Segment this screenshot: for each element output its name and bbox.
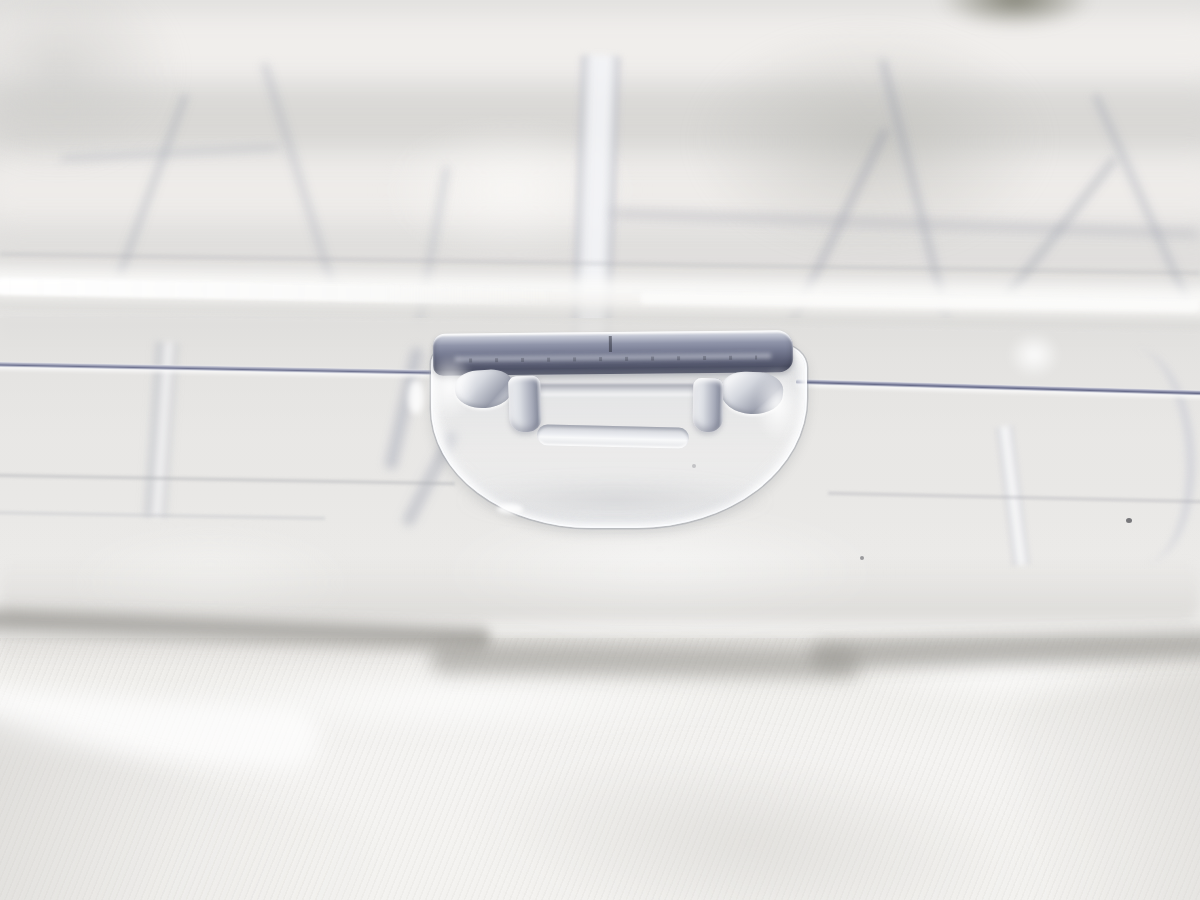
box-contact-shadow — [430, 643, 860, 679]
hinge-bar-mark — [609, 336, 612, 352]
latch-corner-highlight-right — [755, 368, 801, 442]
fabric-fold-shadow — [999, 659, 1200, 900]
latch-rim-glint — [497, 504, 523, 514]
hinge-prong-left — [508, 375, 542, 432]
latch-clasp — [425, 328, 810, 528]
reflection-highlight — [1008, 332, 1060, 378]
dust-speck — [1126, 518, 1132, 523]
hinge-prong-right — [693, 378, 724, 433]
face-edge-line — [0, 474, 455, 485]
reflection-highlight — [408, 380, 424, 414]
divider-reflection-arc — [1100, 346, 1200, 565]
photo-clear-plastic-box-latch — [0, 0, 1200, 900]
latch-inner-shadow — [455, 478, 775, 522]
fabric-background — [0, 638, 1200, 900]
latch-corner-highlight-left — [425, 354, 475, 420]
latch-grip-slot — [537, 424, 689, 449]
